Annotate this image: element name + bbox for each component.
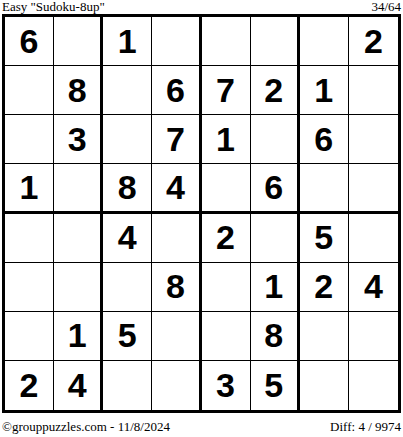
- header: Easy "Sudoku-8up" 34/64: [2, 0, 401, 13]
- cell-r1c3: 1: [103, 17, 152, 66]
- cell-r7c6: 8: [251, 312, 300, 361]
- cell-r8c1: 2: [5, 361, 54, 410]
- cell-r5c1: [5, 214, 54, 263]
- cell-r4c6: 6: [251, 164, 300, 213]
- cell-r7c5: [202, 312, 251, 361]
- cell-r1c7: [300, 17, 349, 66]
- cell-r6c6: 1: [251, 263, 300, 312]
- cell-r6c3: [103, 263, 152, 312]
- cell-r1c5: [202, 17, 251, 66]
- cell-r2c8: [349, 66, 398, 115]
- cell-r1c6: [251, 17, 300, 66]
- cell-r3c5: 1: [202, 115, 251, 164]
- cell-r3c2: 3: [54, 115, 103, 164]
- cell-r6c4: 8: [152, 263, 201, 312]
- cell-r8c7: [300, 361, 349, 410]
- cell-r2c3: [103, 66, 152, 115]
- cell-r8c2: 4: [54, 361, 103, 410]
- cell-r2c1: [5, 66, 54, 115]
- puzzle-title: Easy "Sudoku-8up": [2, 0, 105, 13]
- cell-r5c4: [152, 214, 201, 263]
- cell-r1c2: [54, 17, 103, 66]
- cell-r5c8: [349, 214, 398, 263]
- cell-r5c7: 5: [300, 214, 349, 263]
- cell-r7c2: 1: [54, 312, 103, 361]
- cell-r8c8: [349, 361, 398, 410]
- cell-r4c8: [349, 164, 398, 213]
- cell-r5c5: 2: [202, 214, 251, 263]
- cell-r7c4: [152, 312, 201, 361]
- credit-text: ©grouppuzzles.com - 11/8/2024: [2, 419, 170, 434]
- cell-r8c4: [152, 361, 201, 410]
- cell-r5c3: 4: [103, 214, 152, 263]
- cell-r1c8: 2: [349, 17, 398, 66]
- cell-r4c4: 4: [152, 164, 201, 213]
- cell-r2c2: 8: [54, 66, 103, 115]
- cell-r2c6: 2: [251, 66, 300, 115]
- cell-r7c8: [349, 312, 398, 361]
- cell-r3c4: 7: [152, 115, 201, 164]
- cell-r2c5: 7: [202, 66, 251, 115]
- difficulty-text: Diff: 4 / 9974: [330, 419, 401, 434]
- cell-r2c7: 1: [300, 66, 349, 115]
- footer: ©grouppuzzles.com - 11/8/2024 Diff: 4 / …: [2, 419, 401, 434]
- cell-r6c7: 2: [300, 263, 349, 312]
- cell-r4c7: [300, 164, 349, 213]
- cell-r1c1: 6: [5, 17, 54, 66]
- cell-r7c7: [300, 312, 349, 361]
- cell-r3c3: [103, 115, 152, 164]
- cell-r7c1: [5, 312, 54, 361]
- cell-r2c4: 6: [152, 66, 201, 115]
- cell-r3c1: [5, 115, 54, 164]
- cell-r4c1: 1: [5, 164, 54, 213]
- puzzle-number: 34/64: [371, 0, 401, 13]
- cell-r6c8: 4: [349, 263, 398, 312]
- cell-r1c4: [152, 17, 201, 66]
- cell-r6c5: [202, 263, 251, 312]
- cell-r3c8: [349, 115, 398, 164]
- cell-r3c6: [251, 115, 300, 164]
- cell-r5c6: [251, 214, 300, 263]
- cell-r6c1: [5, 263, 54, 312]
- cell-r3c7: 6: [300, 115, 349, 164]
- cell-r4c3: 8: [103, 164, 152, 213]
- puzzle-page: Easy "Sudoku-8up" 34/64 6128672137161846…: [0, 0, 403, 437]
- cell-r7c3: 5: [103, 312, 152, 361]
- cell-r8c6: 5: [251, 361, 300, 410]
- cell-r5c2: [54, 214, 103, 263]
- cell-r6c2: [54, 263, 103, 312]
- cell-r4c5: [202, 164, 251, 213]
- sudoku-board: 612867213716184642581241582435: [2, 14, 401, 413]
- cell-r8c3: [103, 361, 152, 410]
- cell-r4c2: [54, 164, 103, 213]
- cell-r8c5: 3: [202, 361, 251, 410]
